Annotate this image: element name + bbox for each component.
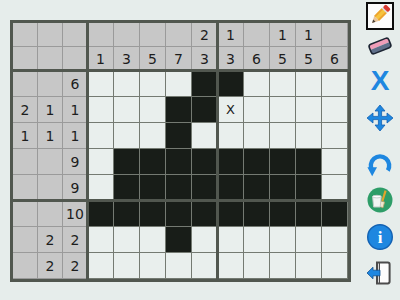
grid-cell-r3c5[interactable] [192, 123, 218, 149]
grid-cell-r2c2[interactable] [114, 97, 140, 123]
grid-cell-r1c2[interactable] [114, 71, 140, 97]
grid-cell-r1c9[interactable] [296, 71, 322, 97]
col-clue-cell [322, 23, 348, 47]
move-arrows-icon [366, 104, 394, 135]
nonogram-app: 211113573365566211X11199102222 [0, 0, 400, 300]
grid-cell-r8c1[interactable] [88, 253, 114, 279]
grid-cell-r5c3[interactable] [140, 175, 166, 201]
eraser-icon [366, 32, 394, 63]
grid-cell-r2c7[interactable] [244, 97, 270, 123]
grid-cell-r5c4[interactable] [166, 175, 192, 201]
grid-cell-r6c2[interactable] [114, 201, 140, 227]
col-clue-cell: 6 [244, 47, 270, 71]
grid-cell-r2c1[interactable] [88, 97, 114, 123]
grid-cell-r4c7[interactable] [244, 149, 270, 175]
row-clue-cell [38, 149, 63, 175]
col-clue-cell [88, 23, 114, 47]
row-clue-cell [38, 175, 63, 201]
info-icon: i [366, 223, 394, 254]
tool-pencil-button[interactable] [366, 2, 394, 30]
grid-cell-r6c10[interactable] [322, 201, 348, 227]
grid-cell-r1c7[interactable] [244, 71, 270, 97]
undo-rotate-icon [366, 152, 394, 183]
tool-eraser-button[interactable] [365, 32, 395, 62]
row-clue-cell [13, 201, 38, 227]
row-clue-cell [13, 253, 38, 279]
col-clue-cell [140, 23, 166, 47]
grid-cell-r5c9[interactable] [296, 175, 322, 201]
grid-cell-r4c8[interactable] [270, 149, 296, 175]
grid-cell-r6c9[interactable] [296, 201, 322, 227]
grid-cell-r8c10[interactable] [322, 253, 348, 279]
grid-cell-r4c2[interactable] [114, 149, 140, 175]
grid-cell-r3c10[interactable] [322, 123, 348, 149]
grid-cell-r3c1[interactable] [88, 123, 114, 149]
grid-cell-r4c1[interactable] [88, 149, 114, 175]
corner-cell [38, 23, 63, 47]
grid-cell-r6c6[interactable] [218, 201, 244, 227]
grid-cell-r6c3[interactable] [140, 201, 166, 227]
row-clue-cell [13, 71, 38, 97]
grid-cell-r3c9[interactable] [296, 123, 322, 149]
grid-cell-r8c9[interactable] [296, 253, 322, 279]
grid-cell-r2c10[interactable] [322, 97, 348, 123]
row-clue-cell: 6 [63, 71, 88, 97]
grid-cell-r5c2[interactable] [114, 175, 140, 201]
corner-cell [63, 23, 88, 47]
grid-cell-r4c6[interactable] [218, 149, 244, 175]
grid-cell-r5c8[interactable] [270, 175, 296, 201]
grid-cell-r3c8[interactable] [270, 123, 296, 149]
grid-cell-r7c1[interactable] [88, 227, 114, 253]
col-clue-cell [114, 23, 140, 47]
grid-cell-r7c2[interactable] [114, 227, 140, 253]
row-clue-cell [38, 201, 63, 227]
col-clue-cell: 5 [296, 47, 322, 71]
grid-cell-r3c2[interactable] [114, 123, 140, 149]
row-clue-cell: 2 [38, 253, 63, 279]
row-clue-cell [13, 227, 38, 253]
grid-cell-r2c5[interactable] [192, 97, 218, 123]
grid-cell-r5c7[interactable] [244, 175, 270, 201]
row-clue-cell: 2 [13, 97, 38, 123]
row-clue-cell: 2 [63, 253, 88, 279]
row-clue-cell: 1 [38, 97, 63, 123]
tool-move-button[interactable] [365, 104, 395, 134]
row-clue-cell: 1 [63, 97, 88, 123]
grid-cell-r1c3[interactable] [140, 71, 166, 97]
grid-cell-r8c6[interactable] [218, 253, 244, 279]
grid-cell-r6c5[interactable] [192, 201, 218, 227]
corner-cell [63, 47, 88, 71]
grid-cell-r8c3[interactable] [140, 253, 166, 279]
col-clue-cell: 1 [296, 23, 322, 47]
grid-cell-r2c3[interactable] [140, 97, 166, 123]
grid-cell-r7c4[interactable] [166, 227, 192, 253]
col-clue-cell: 6 [322, 47, 348, 71]
row-group-separator [13, 199, 348, 202]
grid-cell-r3c6[interactable] [218, 123, 244, 149]
grid-cell-r1c4[interactable] [166, 71, 192, 97]
grid-cell-r6c4[interactable] [166, 201, 192, 227]
grid-cell-r7c7[interactable] [244, 227, 270, 253]
grid-cell-r8c2[interactable] [114, 253, 140, 279]
row-clue-cell: 1 [63, 123, 88, 149]
row-clue-cell: 9 [63, 175, 88, 201]
col-clue-cell [244, 23, 270, 47]
grid-cell-r5c6[interactable] [218, 175, 244, 201]
grid-cell-r4c9[interactable] [296, 149, 322, 175]
grid-cell-r1c10[interactable] [322, 71, 348, 97]
corner-cell [13, 23, 38, 47]
grid-cell-r8c7[interactable] [244, 253, 270, 279]
row-clue-cell [13, 175, 38, 201]
grid-cell-r4c5[interactable] [192, 149, 218, 175]
grid-cell-r2c4[interactable] [166, 97, 192, 123]
grid-cell-r7c8[interactable] [270, 227, 296, 253]
grid-cell-r7c5[interactable] [192, 227, 218, 253]
grid-cell-r5c10[interactable] [322, 175, 348, 201]
tool-info-button[interactable]: i [365, 223, 395, 253]
row-clue-cell: 1 [13, 123, 38, 149]
clue-grid-vertical-separator [86, 23, 89, 279]
corner-cell [38, 47, 63, 71]
pencil-icon [367, 2, 393, 31]
row-clue-cell: 9 [63, 149, 88, 175]
tool-undo-button[interactable] [365, 152, 395, 182]
row-clue-cell: 10 [63, 201, 88, 227]
x-icon: X [371, 65, 390, 97]
grid-cell-r8c5[interactable] [192, 253, 218, 279]
grid-cell-r6c1[interactable] [88, 201, 114, 227]
tool-clear-board-button[interactable] [365, 186, 395, 216]
col-clue-cell: 1 [270, 23, 296, 47]
grid-cell-r4c3[interactable] [140, 149, 166, 175]
svg-text:i: i [378, 228, 383, 247]
grid-cell-r1c5[interactable] [192, 71, 218, 97]
col-clue-cell: 3 [218, 47, 244, 71]
grid-cell-r7c6[interactable] [218, 227, 244, 253]
grid-cell-r2c8[interactable] [270, 97, 296, 123]
col-clue-cell: 3 [114, 47, 140, 71]
grid-cell-r7c10[interactable] [322, 227, 348, 253]
grid-cell-r3c7[interactable] [244, 123, 270, 149]
row-clue-cell: 2 [38, 227, 63, 253]
grid-cell-r1c6[interactable] [218, 71, 244, 97]
grid-cell-r1c8[interactable] [270, 71, 296, 97]
grid-cell-r5c5[interactable] [192, 175, 218, 201]
col-clue-cell: 3 [192, 47, 218, 71]
row-clue-cell [38, 71, 63, 97]
grid-cell-r4c4[interactable] [166, 149, 192, 175]
col-clue-cell: 5 [270, 47, 296, 71]
bucket-broom-icon [366, 186, 394, 217]
grid-cell-r6c8[interactable] [270, 201, 296, 227]
grid-cell-r8c4[interactable] [166, 253, 192, 279]
grid-cell-r4c10[interactable] [322, 149, 348, 175]
grid-cell-r5c1[interactable] [88, 175, 114, 201]
row-clue-cell: 2 [63, 227, 88, 253]
grid-cell-r6c7[interactable] [244, 201, 270, 227]
grid-cell-r7c3[interactable] [140, 227, 166, 253]
nonogram-board: 211113573365566211X11199102222 [10, 20, 351, 282]
corner-cell [13, 47, 38, 71]
exit-door-icon [366, 259, 394, 290]
column-group-separator [216, 23, 219, 279]
grid-cell-r2c6[interactable]: X [218, 97, 244, 123]
col-clue-cell: 5 [140, 47, 166, 71]
grid-cell-r1c1[interactable] [88, 71, 114, 97]
col-clue-cell: 7 [166, 47, 192, 71]
row-clue-cell: 1 [38, 123, 63, 149]
col-clue-cell: 2 [192, 23, 218, 47]
col-clue-cell: 1 [88, 47, 114, 71]
col-clue-cell: 1 [218, 23, 244, 47]
grid-cell-r8c8[interactable] [270, 253, 296, 279]
grid-cell-r3c4[interactable] [166, 123, 192, 149]
row-clue-cell [13, 149, 38, 175]
grid-cell-r3c3[interactable] [140, 123, 166, 149]
grid-cell-r2c9[interactable] [296, 97, 322, 123]
col-clue-cell [166, 23, 192, 47]
clue-grid-horizontal-separator [13, 69, 348, 72]
tool-exit-button[interactable] [365, 259, 395, 289]
tool-mark-x-button[interactable]: X [365, 66, 395, 96]
grid-cell-r7c9[interactable] [296, 227, 322, 253]
